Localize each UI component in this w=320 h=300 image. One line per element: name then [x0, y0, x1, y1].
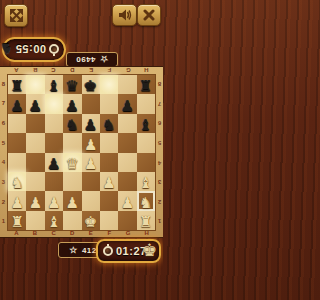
- file-label-top-d: D: [63, 67, 82, 74]
- square-h4[interactable]: [137, 153, 155, 172]
- square-c6[interactable]: [45, 114, 63, 133]
- square-h6[interactable]: ♝: [137, 114, 155, 133]
- square-c3[interactable]: [45, 172, 63, 191]
- black-king[interactable]: ♚: [84, 79, 97, 94]
- black-rook[interactable]: ♜: [139, 79, 152, 94]
- sound-button[interactable]: [112, 4, 137, 26]
- square-f8[interactable]: [100, 75, 118, 94]
- square-d4[interactable]: ♛: [63, 153, 81, 172]
- square-c8[interactable]: ♝: [45, 75, 63, 94]
- player-clock-panel: 01:27: [96, 239, 161, 263]
- file-label-top-a: A: [7, 67, 26, 74]
- rank-label-left-2: 2: [0, 192, 7, 212]
- square-a6[interactable]: [8, 114, 26, 133]
- rank-label-left-5: 5: [0, 133, 7, 153]
- square-b5[interactable]: [26, 133, 44, 152]
- square-a5[interactable]: [8, 133, 26, 152]
- rank-label-right-1: 1: [156, 211, 163, 231]
- square-c1[interactable]: ♝: [45, 211, 63, 230]
- square-f1[interactable]: [100, 211, 118, 230]
- square-g2[interactable]: ♟: [118, 191, 136, 210]
- opponent-rating: 4490: [76, 55, 96, 64]
- white-queen[interactable]: ♛: [66, 157, 79, 172]
- square-d7[interactable]: ♟: [63, 94, 81, 113]
- square-g4[interactable]: [118, 153, 136, 172]
- square-h3[interactable]: ♝: [137, 172, 155, 191]
- star-icon: [69, 245, 78, 255]
- white-pawn[interactable]: ♟: [84, 157, 97, 172]
- square-c5[interactable]: [45, 133, 63, 152]
- rank-label-right-6: 6: [156, 113, 163, 133]
- black-knight[interactable]: ♞: [66, 118, 79, 133]
- square-e2[interactable]: [82, 191, 100, 210]
- white-rook[interactable]: ♜: [10, 215, 23, 230]
- rank-label-right-5: 5: [156, 133, 163, 153]
- ranks-right: 87654321: [156, 74, 163, 231]
- square-b8[interactable]: [26, 75, 44, 94]
- rank-label-left-7: 7: [0, 94, 7, 114]
- file-label-top-b: B: [26, 67, 45, 74]
- rank-label-right-3: 3: [156, 172, 163, 192]
- black-knight-icon: [0, 41, 12, 59]
- white-pawn[interactable]: ♟: [84, 138, 97, 153]
- black-knight[interactable]: ♞: [102, 118, 115, 133]
- white-knight[interactable]: ♞: [10, 176, 23, 191]
- square-c7[interactable]: [45, 94, 63, 113]
- black-queen[interactable]: ♛: [66, 79, 79, 94]
- expand-arrows-icon: [10, 9, 23, 22]
- white-pawn[interactable]: ♟: [10, 196, 23, 211]
- rank-label-left-3: 3: [0, 172, 7, 192]
- square-e1[interactable]: ♚: [82, 211, 100, 230]
- square-a2[interactable]: ♟: [8, 191, 26, 210]
- rank-label-left-1: 1: [0, 211, 7, 231]
- white-pawn[interactable]: ♟: [66, 196, 79, 211]
- square-a7[interactable]: ♟: [8, 94, 26, 113]
- white-pawn[interactable]: ♟: [47, 196, 60, 211]
- black-rook[interactable]: ♜: [10, 79, 23, 94]
- square-c2[interactable]: ♟: [45, 191, 63, 210]
- square-f6[interactable]: ♞: [100, 114, 118, 133]
- square-b7[interactable]: ♟: [26, 94, 44, 113]
- opponent-rating-badge: 4490: [66, 52, 118, 67]
- close-button[interactable]: [137, 4, 161, 26]
- black-pawn[interactable]: ♟: [66, 99, 79, 114]
- square-d2[interactable]: ♟: [63, 191, 81, 210]
- white-knight[interactable]: ♞: [139, 196, 152, 211]
- square-b4[interactable]: [26, 153, 44, 172]
- white-rook[interactable]: ♜: [139, 215, 152, 230]
- star-icon: [100, 55, 109, 65]
- black-bishop[interactable]: ♝: [47, 79, 60, 94]
- square-f4[interactable]: [100, 153, 118, 172]
- rank-label-left-6: 6: [0, 113, 7, 133]
- black-pawn[interactable]: ♟: [84, 118, 97, 133]
- black-pawn[interactable]: ♟: [29, 99, 42, 114]
- square-f3[interactable]: ♟: [100, 172, 118, 191]
- white-pawn[interactable]: ♟: [102, 176, 115, 191]
- speaker-icon: [118, 9, 132, 21]
- opponent-time: 00:55: [15, 44, 46, 56]
- square-b6[interactable]: [26, 114, 44, 133]
- square-h5[interactable]: [137, 133, 155, 152]
- square-f5[interactable]: [100, 133, 118, 152]
- white-bishop[interactable]: ♝: [139, 176, 152, 191]
- square-b3[interactable]: [26, 172, 44, 191]
- square-g6[interactable]: [118, 114, 136, 133]
- square-e7[interactable]: [82, 94, 100, 113]
- chess-board: ABCDEFGH ABCDEFGH 87654321 87654321 ♜♝♛♚…: [0, 66, 163, 238]
- rank-label-left-8: 8: [0, 74, 7, 94]
- square-c4[interactable]: ♟: [45, 153, 63, 172]
- square-d8[interactable]: ♛: [63, 75, 81, 94]
- square-h8[interactable]: ♜: [137, 75, 155, 94]
- square-h2[interactable]: ♞: [137, 191, 155, 210]
- black-pawn[interactable]: ♟: [47, 157, 60, 172]
- square-b2[interactable]: ♟: [26, 191, 44, 210]
- white-king[interactable]: ♚: [84, 215, 97, 230]
- square-e4[interactable]: ♟: [82, 153, 100, 172]
- file-label-top-e: E: [82, 67, 101, 74]
- square-a4[interactable]: [8, 153, 26, 172]
- board-grid: ♜♝♛♚♜♟♟♟♟♞♟♞♝♟♟♛♟♞♟♝♟♟♟♟♟♞♜♝♚♜: [7, 74, 156, 231]
- square-a8[interactable]: ♜: [8, 75, 26, 94]
- rank-label-left-4: 4: [0, 153, 7, 173]
- square-d6[interactable]: ♞: [63, 114, 81, 133]
- file-label-top-c: C: [44, 67, 63, 74]
- square-b1[interactable]: [26, 211, 44, 230]
- white-pawn[interactable]: ♟: [29, 196, 42, 211]
- close-icon: [143, 9, 155, 21]
- file-label-top-g: G: [119, 67, 138, 74]
- rank-label-right-4: 4: [156, 153, 163, 173]
- square-h1[interactable]: ♜: [137, 211, 155, 230]
- square-e3[interactable]: [82, 172, 100, 191]
- files-top: ABCDEFGH: [7, 67, 156, 74]
- stopwatch-icon: [49, 45, 59, 55]
- file-label-top-f: F: [100, 67, 119, 74]
- square-h7[interactable]: [137, 94, 155, 113]
- black-pawn[interactable]: ♟: [10, 99, 23, 114]
- square-e8[interactable]: ♚: [82, 75, 100, 94]
- square-d5[interactable]: [63, 133, 81, 152]
- rank-label-right-7: 7: [156, 94, 163, 114]
- square-g5[interactable]: [118, 133, 136, 152]
- square-g1[interactable]: [118, 211, 136, 230]
- square-a1[interactable]: ♜: [8, 211, 26, 230]
- stopwatch-icon: [103, 246, 113, 256]
- opponent-clock-panel: 00:55: [2, 37, 66, 62]
- square-e6[interactable]: ♟: [82, 114, 100, 133]
- square-e5[interactable]: ♟: [82, 133, 100, 152]
- white-bishop[interactable]: ♝: [47, 215, 60, 230]
- rank-label-right-2: 2: [156, 192, 163, 212]
- white-king-icon: [142, 240, 157, 260]
- square-g8[interactable]: [118, 75, 136, 94]
- file-label-top-h: H: [137, 67, 156, 74]
- square-f7[interactable]: [100, 94, 118, 113]
- square-d1[interactable]: [63, 211, 81, 230]
- black-bishop[interactable]: ♝: [139, 118, 152, 133]
- white-pawn[interactable]: ♟: [121, 196, 134, 211]
- square-d3[interactable]: [63, 172, 81, 191]
- ranks-left: 87654321: [0, 74, 7, 231]
- fullscreen-button[interactable]: [4, 4, 28, 27]
- black-pawn[interactable]: ♟: [121, 99, 134, 114]
- rank-label-right-8: 8: [156, 74, 163, 94]
- square-g7[interactable]: ♟: [118, 94, 136, 113]
- square-a3[interactable]: ♞: [8, 172, 26, 191]
- square-g3[interactable]: [118, 172, 136, 191]
- square-f2[interactable]: [100, 191, 118, 210]
